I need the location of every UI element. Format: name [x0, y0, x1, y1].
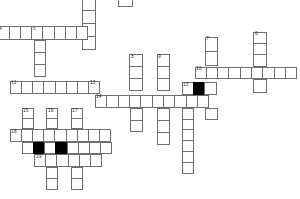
clue-number: 15	[23, 109, 29, 113]
clue-number: 17	[72, 109, 78, 113]
white-cell	[204, 82, 216, 94]
white-cell	[100, 142, 112, 154]
white-cell	[71, 178, 83, 190]
down-6: 6	[253, 32, 267, 67]
clue-number: 6	[255, 32, 258, 36]
white-cell	[157, 78, 171, 91]
clue-number: 14	[96, 95, 102, 99]
white-cell: 12	[88, 81, 100, 94]
down-5-tail	[34, 40, 46, 77]
white-cell	[22, 118, 34, 129]
clue-number: 7	[206, 37, 209, 41]
down-16-tail	[46, 167, 58, 191]
white-cell	[157, 132, 171, 145]
down-9: 9	[157, 54, 171, 91]
white-cell	[205, 51, 218, 66]
white-cell: 7	[205, 37, 218, 52]
white-cell	[99, 129, 111, 142]
down-7-tail	[205, 108, 218, 120]
down-9-tail	[157, 108, 171, 145]
white-cell	[253, 54, 267, 66]
white-cell	[76, 26, 88, 40]
white-cell	[90, 154, 102, 166]
across-14: 14	[95, 95, 210, 108]
white-cell	[82, 10, 96, 24]
across-13: 13	[182, 82, 217, 94]
white-cell	[182, 162, 194, 174]
black-row	[22, 142, 113, 154]
across-4: 45	[0, 26, 88, 40]
down-15: 15	[22, 108, 34, 129]
down-6-tail	[253, 79, 267, 92]
white-cell	[130, 120, 143, 132]
down-13-tail	[182, 108, 194, 174]
clue-number: 10	[196, 67, 202, 71]
white-cell	[197, 95, 209, 108]
clue-number: 9	[158, 55, 161, 59]
crossword-board: 45678910111213141516171819	[0, 0, 300, 199]
white-cell	[34, 64, 46, 77]
clue-number: 19	[36, 155, 42, 159]
white-cell	[118, 0, 133, 7]
down-16: 16	[46, 108, 58, 129]
clue-number: 13	[183, 83, 189, 87]
clue-number: 5	[33, 27, 36, 31]
white-cell	[205, 108, 218, 120]
clue-number: 8	[131, 55, 134, 59]
down-8: 8	[129, 54, 143, 91]
white-cell	[46, 178, 58, 190]
clue-number: 11	[11, 81, 17, 85]
across-11: 1112	[10, 81, 101, 94]
down-17-tail	[71, 167, 83, 191]
down-word-a-cut	[82, 0, 96, 50]
white-cell	[46, 118, 58, 129]
down-7: 7	[205, 37, 218, 66]
clue-number: 12	[90, 81, 96, 85]
down-8-tail	[130, 108, 143, 132]
down-word-b-cut	[118, 0, 133, 7]
clue-number: 4	[0, 27, 2, 31]
across-10: 10	[195, 67, 298, 80]
white-cell	[71, 118, 83, 129]
down-17: 17	[71, 108, 83, 129]
white-cell	[285, 67, 297, 80]
across-19: 19	[34, 154, 102, 166]
across-18: 18	[10, 129, 112, 142]
clue-number: 16	[48, 109, 54, 113]
clue-number: 18	[11, 130, 17, 134]
white-cell	[129, 78, 143, 91]
white-cell	[253, 79, 267, 92]
